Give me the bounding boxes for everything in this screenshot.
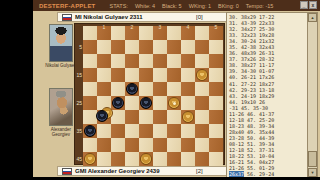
board-square[interactable] bbox=[83, 40, 97, 54]
board-square bbox=[195, 54, 209, 68]
board-square[interactable] bbox=[97, 138, 111, 152]
board-square bbox=[195, 26, 209, 40]
board-square bbox=[209, 152, 223, 166]
scroll-up-arrow-icon[interactable]: ▲ bbox=[308, 13, 317, 22]
board-square bbox=[97, 152, 111, 166]
russia-flag-icon bbox=[62, 14, 72, 21]
board-square[interactable] bbox=[181, 138, 195, 152]
board-square[interactable] bbox=[167, 40, 181, 54]
white-man[interactable] bbox=[140, 153, 152, 165]
board-square[interactable] bbox=[139, 96, 153, 110]
board-square bbox=[97, 124, 111, 138]
stats-white: White: 4 bbox=[135, 3, 155, 9]
board-left-label: 45 bbox=[75, 156, 82, 162]
board-square bbox=[111, 138, 125, 152]
board-square[interactable] bbox=[125, 138, 139, 152]
stats-bar: STATS: White: 4 Black: 5 WKing: 1 BKing:… bbox=[109, 3, 273, 9]
board-square bbox=[139, 54, 153, 68]
board-square[interactable] bbox=[153, 110, 167, 124]
board-square[interactable] bbox=[111, 152, 125, 166]
board-square[interactable] bbox=[181, 82, 195, 96]
board-square[interactable] bbox=[195, 68, 209, 82]
board-square[interactable] bbox=[139, 152, 153, 166]
board-square[interactable] bbox=[97, 82, 111, 96]
board-square[interactable] bbox=[125, 82, 139, 96]
top-player-value: [0] bbox=[196, 14, 203, 20]
board-square bbox=[125, 124, 139, 138]
board-square bbox=[153, 96, 167, 110]
top-player-photo bbox=[49, 24, 73, 62]
board-square bbox=[111, 54, 125, 68]
board-square bbox=[167, 54, 181, 68]
bottom-player-bar: GMI Alexander Georgiev 2439 [2] bbox=[57, 166, 253, 176]
board-square bbox=[139, 82, 153, 96]
bottom-player-photo bbox=[49, 88, 73, 126]
board-square[interactable] bbox=[181, 54, 195, 68]
board-square[interactable] bbox=[167, 124, 181, 138]
board-square[interactable] bbox=[111, 124, 125, 138]
board-top-label: 1 bbox=[97, 24, 111, 30]
board-square bbox=[125, 68, 139, 82]
black-man[interactable] bbox=[96, 110, 108, 122]
black-man[interactable] bbox=[112, 97, 124, 109]
board-square bbox=[167, 138, 181, 152]
stats-black: Black: 5 bbox=[162, 3, 182, 9]
minimize-button[interactable]: _ bbox=[300, 1, 308, 9]
bottom-player-value: [2] bbox=[196, 168, 203, 174]
board-square[interactable] bbox=[153, 54, 167, 68]
board-square bbox=[125, 152, 139, 166]
board-square[interactable] bbox=[209, 82, 223, 96]
board-square[interactable] bbox=[97, 110, 111, 124]
board-square bbox=[209, 96, 223, 110]
board-square[interactable] bbox=[153, 138, 167, 152]
bottom-player-caption: Alexander Georgiev bbox=[44, 127, 78, 137]
board-square[interactable] bbox=[83, 124, 97, 138]
board-square bbox=[195, 82, 209, 96]
board-square[interactable] bbox=[209, 54, 223, 68]
board-square bbox=[181, 40, 195, 54]
board-square bbox=[153, 152, 167, 166]
board-square[interactable] bbox=[111, 40, 125, 54]
white-man[interactable] bbox=[84, 153, 96, 165]
board-square[interactable] bbox=[125, 110, 139, 124]
board-square bbox=[139, 138, 153, 152]
board-left-label: 35 bbox=[75, 128, 82, 134]
board-square bbox=[209, 124, 223, 138]
board-square bbox=[153, 68, 167, 82]
board-square bbox=[153, 124, 167, 138]
window-buttons: _ x bbox=[300, 1, 317, 9]
top-player-bar: MI Nikolai Gulyaev 2311 [0] bbox=[57, 12, 253, 22]
board-square bbox=[139, 26, 153, 40]
board-square[interactable] bbox=[97, 54, 111, 68]
board-square bbox=[139, 110, 153, 124]
board-square[interactable] bbox=[83, 152, 97, 166]
board-square bbox=[83, 82, 97, 96]
board-square bbox=[83, 26, 97, 40]
board-top-label: 2 bbox=[125, 24, 139, 30]
bottom-player-name: GMI Alexander Georgiev 2439 bbox=[75, 168, 159, 174]
scrollbar-thumb[interactable] bbox=[308, 151, 317, 167]
board-square[interactable] bbox=[111, 96, 125, 110]
board-square bbox=[209, 68, 223, 82]
white-king[interactable] bbox=[168, 97, 180, 109]
stats-tempo: Tempo: -15 bbox=[246, 3, 274, 9]
board-square bbox=[181, 152, 195, 166]
board-square bbox=[181, 124, 195, 138]
board-square bbox=[209, 40, 223, 54]
board-square bbox=[83, 110, 97, 124]
board-square bbox=[195, 110, 209, 124]
board-square[interactable] bbox=[195, 124, 209, 138]
board-square[interactable] bbox=[167, 68, 181, 82]
board-square[interactable] bbox=[83, 96, 97, 110]
board-square bbox=[167, 82, 181, 96]
board-square[interactable] bbox=[153, 82, 167, 96]
board-square[interactable] bbox=[167, 96, 181, 110]
top-player-name: MI Nikolai Gulyaev 2311 bbox=[75, 14, 143, 20]
board-square bbox=[83, 54, 97, 68]
letterbox-strip bbox=[0, 177, 320, 180]
board-square[interactable] bbox=[83, 68, 97, 82]
board-square[interactable] bbox=[139, 124, 153, 138]
board-left-label: 25 bbox=[75, 100, 82, 106]
board-square[interactable] bbox=[111, 68, 125, 82]
top-player-caption: Nikolai Gulyaev bbox=[44, 63, 78, 68]
board-square bbox=[181, 68, 195, 82]
board-square bbox=[125, 40, 139, 54]
scroll-down-arrow-icon[interactable]: ▼ bbox=[308, 168, 317, 177]
board-square bbox=[125, 96, 139, 110]
board-square bbox=[97, 40, 111, 54]
board-square bbox=[111, 82, 125, 96]
board-square bbox=[97, 68, 111, 82]
stats-wking: WKing: 1 bbox=[189, 3, 211, 9]
board-square bbox=[167, 26, 181, 40]
stats-bking: BKing: 0 bbox=[218, 3, 239, 9]
board-square[interactable] bbox=[167, 152, 181, 166]
board-square bbox=[195, 138, 209, 152]
board-square[interactable] bbox=[125, 54, 139, 68]
draughts-board: 12345515253545 bbox=[83, 26, 223, 166]
move-list-pane: 30. 38x29 17-2231. 43-39 22x3332. 34x27 … bbox=[226, 12, 318, 178]
board-square bbox=[83, 138, 97, 152]
board-top-label: 4 bbox=[181, 24, 195, 30]
app-title: DESTERF-APPLET bbox=[39, 3, 95, 9]
stats-label: STATS: bbox=[109, 3, 127, 9]
board-square[interactable] bbox=[195, 96, 209, 110]
board-square[interactable] bbox=[209, 110, 223, 124]
close-button[interactable]: x bbox=[309, 1, 317, 9]
board-frame: 12345515253545 bbox=[74, 23, 225, 165]
board-top-label: 3 bbox=[153, 24, 167, 30]
white-man[interactable] bbox=[196, 69, 208, 81]
move-list-scrollbar[interactable]: ▲ ▼ bbox=[307, 13, 317, 177]
black-man[interactable] bbox=[126, 83, 138, 95]
board-square bbox=[167, 110, 181, 124]
move-list: 30. 38x29 17-2231. 43-39 22x3332. 34x27 … bbox=[229, 14, 307, 177]
board-square[interactable] bbox=[195, 40, 209, 54]
black-man[interactable] bbox=[140, 97, 152, 109]
board-square bbox=[111, 110, 125, 124]
white-man[interactable] bbox=[182, 111, 194, 123]
board-left-label: 15 bbox=[75, 72, 82, 78]
board-top-label: 5 bbox=[209, 24, 223, 30]
board-square bbox=[181, 96, 195, 110]
board-square[interactable] bbox=[139, 68, 153, 82]
russia-flag-icon bbox=[62, 168, 72, 175]
applet-window: DESTERF-APPLET STATS: White: 4 Black: 5 … bbox=[0, 0, 320, 180]
board-square[interactable] bbox=[181, 110, 195, 124]
board-square bbox=[111, 26, 125, 40]
title-bar: DESTERF-APPLET STATS: White: 4 Black: 5 … bbox=[33, 0, 320, 11]
board-left-label: 5 bbox=[75, 44, 82, 50]
black-man[interactable] bbox=[84, 125, 96, 137]
board-square bbox=[153, 40, 167, 54]
board-square[interactable] bbox=[195, 152, 209, 166]
board-square[interactable] bbox=[139, 40, 153, 54]
board-square[interactable] bbox=[209, 138, 223, 152]
